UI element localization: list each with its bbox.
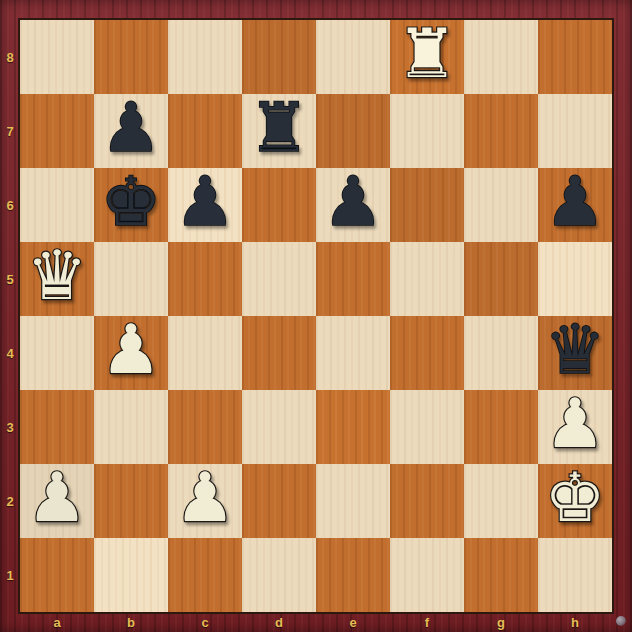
square-a2[interactable]: ♟ bbox=[20, 464, 94, 538]
square-d1[interactable] bbox=[242, 538, 316, 612]
file-label-g: g bbox=[464, 612, 538, 632]
square-g6[interactable] bbox=[464, 168, 538, 242]
piece-black-pawn[interactable]: ♟ bbox=[175, 165, 236, 239]
piece-white-pawn[interactable]: ♟ bbox=[175, 461, 236, 535]
square-e8[interactable] bbox=[316, 20, 390, 94]
piece-black-pawn[interactable]: ♟ bbox=[323, 165, 384, 239]
square-f3[interactable] bbox=[390, 390, 464, 464]
piece-white-pawn[interactable]: ♟ bbox=[545, 387, 606, 461]
square-e2[interactable] bbox=[316, 464, 390, 538]
file-label-c: c bbox=[168, 612, 242, 632]
rivet-dot bbox=[616, 616, 626, 626]
square-f2[interactable] bbox=[390, 464, 464, 538]
square-g4[interactable] bbox=[464, 316, 538, 390]
rank-label-3: 3 bbox=[0, 390, 20, 464]
square-b6[interactable]: ♚ bbox=[94, 168, 168, 242]
square-b7[interactable]: ♟ bbox=[94, 94, 168, 168]
square-b2[interactable] bbox=[94, 464, 168, 538]
square-g5[interactable] bbox=[464, 242, 538, 316]
square-e7[interactable] bbox=[316, 94, 390, 168]
rank-label-6: 6 bbox=[0, 168, 20, 242]
square-c1[interactable] bbox=[168, 538, 242, 612]
square-h8[interactable] bbox=[538, 20, 612, 94]
square-d7[interactable]: ♜ bbox=[242, 94, 316, 168]
file-labels: a b c d e f g h bbox=[20, 612, 612, 632]
square-e3[interactable] bbox=[316, 390, 390, 464]
square-b5[interactable] bbox=[94, 242, 168, 316]
square-a5[interactable]: ♛ bbox=[20, 242, 94, 316]
square-h5[interactable] bbox=[538, 242, 612, 316]
rank-label-5: 5 bbox=[0, 242, 20, 316]
square-a4[interactable] bbox=[20, 316, 94, 390]
square-c8[interactable] bbox=[168, 20, 242, 94]
square-h1[interactable] bbox=[538, 538, 612, 612]
square-g3[interactable] bbox=[464, 390, 538, 464]
piece-white-pawn[interactable]: ♟ bbox=[101, 313, 162, 387]
rank-label-2: 2 bbox=[0, 464, 20, 538]
piece-black-rook[interactable]: ♜ bbox=[249, 91, 310, 165]
square-h7[interactable] bbox=[538, 94, 612, 168]
square-f8[interactable]: ♜ bbox=[390, 20, 464, 94]
rank-labels: 8 7 6 5 4 3 2 1 bbox=[0, 20, 20, 612]
square-d2[interactable] bbox=[242, 464, 316, 538]
square-f5[interactable] bbox=[390, 242, 464, 316]
square-d6[interactable] bbox=[242, 168, 316, 242]
piece-black-queen[interactable]: ♛ bbox=[545, 313, 606, 387]
square-h2[interactable]: ♚ bbox=[538, 464, 612, 538]
square-h4[interactable]: ♛ bbox=[538, 316, 612, 390]
square-d3[interactable] bbox=[242, 390, 316, 464]
square-b8[interactable] bbox=[94, 20, 168, 94]
square-c5[interactable] bbox=[168, 242, 242, 316]
file-label-f: f bbox=[390, 612, 464, 632]
square-f7[interactable] bbox=[390, 94, 464, 168]
square-g2[interactable] bbox=[464, 464, 538, 538]
square-g7[interactable] bbox=[464, 94, 538, 168]
rank-label-4: 4 bbox=[0, 316, 20, 390]
piece-black-pawn[interactable]: ♟ bbox=[545, 165, 606, 239]
piece-black-pawn[interactable]: ♟ bbox=[101, 91, 162, 165]
square-g8[interactable] bbox=[464, 20, 538, 94]
piece-white-queen[interactable]: ♛ bbox=[27, 239, 88, 313]
square-f6[interactable] bbox=[390, 168, 464, 242]
file-label-b: b bbox=[94, 612, 168, 632]
square-e1[interactable] bbox=[316, 538, 390, 612]
chess-board: ♜♟♜♚♟♟♟♛♟♛♟♟♟♚ bbox=[20, 20, 612, 612]
rank-label-8: 8 bbox=[0, 20, 20, 94]
square-e6[interactable]: ♟ bbox=[316, 168, 390, 242]
square-h6[interactable]: ♟ bbox=[538, 168, 612, 242]
square-h3[interactable]: ♟ bbox=[538, 390, 612, 464]
square-f4[interactable] bbox=[390, 316, 464, 390]
square-a1[interactable] bbox=[20, 538, 94, 612]
piece-black-king[interactable]: ♚ bbox=[101, 165, 162, 239]
chess-board-frame: 8 7 6 5 4 3 2 1 ♜♟♜♚♟♟♟♛♟♛♟♟♟♚ a b c d e… bbox=[0, 0, 632, 632]
piece-white-king[interactable]: ♚ bbox=[545, 461, 606, 535]
square-g1[interactable] bbox=[464, 538, 538, 612]
square-c7[interactable] bbox=[168, 94, 242, 168]
square-a8[interactable] bbox=[20, 20, 94, 94]
file-label-h: h bbox=[538, 612, 612, 632]
square-b4[interactable]: ♟ bbox=[94, 316, 168, 390]
file-label-d: d bbox=[242, 612, 316, 632]
piece-white-rook[interactable]: ♜ bbox=[397, 17, 458, 91]
square-b1[interactable] bbox=[94, 538, 168, 612]
square-f1[interactable] bbox=[390, 538, 464, 612]
square-e4[interactable] bbox=[316, 316, 390, 390]
square-a6[interactable] bbox=[20, 168, 94, 242]
rank-label-1: 1 bbox=[0, 538, 20, 612]
square-d4[interactable] bbox=[242, 316, 316, 390]
file-label-a: a bbox=[20, 612, 94, 632]
file-label-e: e bbox=[316, 612, 390, 632]
square-c6[interactable]: ♟ bbox=[168, 168, 242, 242]
square-a3[interactable] bbox=[20, 390, 94, 464]
square-d5[interactable] bbox=[242, 242, 316, 316]
square-b3[interactable] bbox=[94, 390, 168, 464]
square-d8[interactable] bbox=[242, 20, 316, 94]
square-c3[interactable] bbox=[168, 390, 242, 464]
rank-label-7: 7 bbox=[0, 94, 20, 168]
piece-white-pawn[interactable]: ♟ bbox=[27, 461, 88, 535]
square-c2[interactable]: ♟ bbox=[168, 464, 242, 538]
square-c4[interactable] bbox=[168, 316, 242, 390]
square-a7[interactable] bbox=[20, 94, 94, 168]
square-e5[interactable] bbox=[316, 242, 390, 316]
